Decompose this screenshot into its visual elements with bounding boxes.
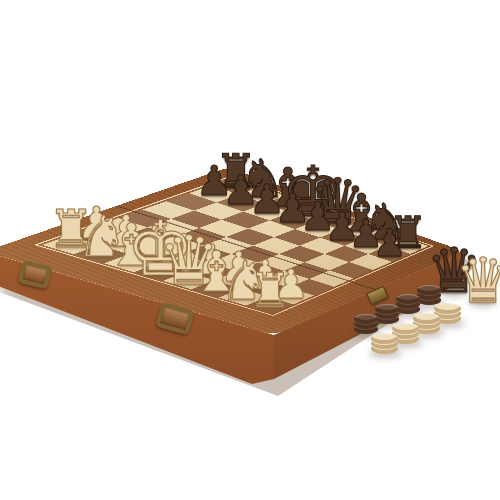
scene: ♜♞♝♛♚♝♞♜♟♟♟♟♟♟♟♟♟♟♟♟♟♟♟♟♜♞♝♛♚♝♞♜ ♛♛: [0, 0, 500, 500]
checker-disc-dark: [396, 294, 420, 304]
checker-disc-dark: [354, 314, 378, 324]
checker-disc-light: [392, 323, 419, 334]
spare-queen-light[interactable]: ♛: [455, 250, 500, 312]
checker-disc-dark: [417, 285, 441, 295]
checker-disc-light: [413, 313, 440, 324]
accessories-layer: ♛♛: [0, 0, 500, 500]
checker-disc-dark: [375, 304, 399, 314]
checker-disc-light: [371, 333, 398, 344]
checker-disc-light: [434, 303, 461, 314]
